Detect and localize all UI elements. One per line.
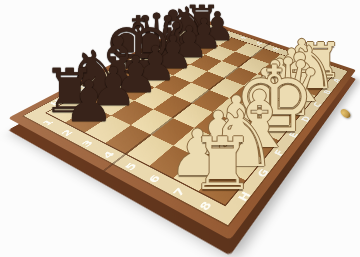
- pieces-layer: ♜♟♞♟♝♟♛♟♟♚♜♟♟♝♞♟♟♞♝♟♟♜♛♟♟♚♟♝♟♞♟♜: [0, 0, 360, 257]
- piece-dark-pawn[interactable]: ♟: [63, 74, 114, 130]
- piece-white-rook[interactable]: ♜: [190, 128, 255, 200]
- product-photo: HHGGFFEEDDCCBBAA1122334455667788 ♜♟♞♟♝♟♛…: [0, 0, 360, 257]
